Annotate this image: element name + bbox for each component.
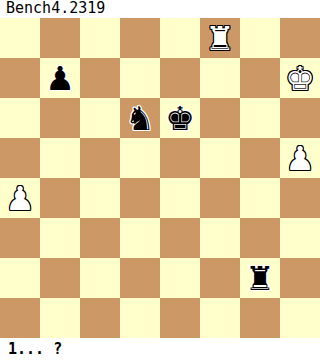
square-d4[interactable] (120, 178, 160, 218)
square-a8[interactable] (0, 18, 40, 58)
square-h3[interactable] (280, 218, 320, 258)
square-c3[interactable] (80, 218, 120, 258)
square-g5[interactable] (240, 138, 280, 178)
square-g7[interactable] (240, 58, 280, 98)
square-a2[interactable] (0, 258, 40, 298)
chess-board: ♜♟♚♞♚♟♟♜ (0, 18, 320, 338)
square-c4[interactable] (80, 178, 120, 218)
square-h5[interactable]: ♟ (280, 138, 320, 178)
square-c8[interactable] (80, 18, 120, 58)
square-a3[interactable] (0, 218, 40, 258)
square-b4[interactable] (40, 178, 80, 218)
square-c5[interactable] (80, 138, 120, 178)
square-f1[interactable] (200, 298, 240, 338)
square-a7[interactable] (0, 58, 40, 98)
square-f6[interactable] (200, 98, 240, 138)
square-g4[interactable] (240, 178, 280, 218)
piece-white-king[interactable]: ♚ (285, 62, 315, 95)
square-a5[interactable] (0, 138, 40, 178)
square-h8[interactable] (280, 18, 320, 58)
square-f2[interactable] (200, 258, 240, 298)
square-g8[interactable] (240, 18, 280, 58)
square-h2[interactable] (280, 258, 320, 298)
square-f5[interactable] (200, 138, 240, 178)
page-title: Bench4.2319 (0, 0, 320, 18)
square-e6[interactable]: ♚ (160, 98, 200, 138)
piece-black-rook[interactable]: ♜ (245, 262, 275, 295)
move-prompt: 1... ? (0, 338, 320, 360)
square-e7[interactable] (160, 58, 200, 98)
square-e5[interactable] (160, 138, 200, 178)
square-f7[interactable] (200, 58, 240, 98)
square-a4[interactable]: ♟ (0, 178, 40, 218)
square-e1[interactable] (160, 298, 200, 338)
square-c7[interactable] (80, 58, 120, 98)
square-g3[interactable] (240, 218, 280, 258)
square-d5[interactable] (120, 138, 160, 178)
piece-white-pawn[interactable]: ♟ (285, 142, 315, 175)
square-h7[interactable]: ♚ (280, 58, 320, 98)
square-b7[interactable]: ♟ (40, 58, 80, 98)
square-f4[interactable] (200, 178, 240, 218)
chess-diagram-window: Bench4.2319 ♜♟♚♞♚♟♟♜ 1... ? (0, 0, 320, 360)
square-b2[interactable] (40, 258, 80, 298)
piece-black-king[interactable]: ♚ (165, 102, 195, 135)
square-c2[interactable] (80, 258, 120, 298)
square-g2[interactable]: ♜ (240, 258, 280, 298)
square-b8[interactable] (40, 18, 80, 58)
square-a1[interactable] (0, 298, 40, 338)
square-b1[interactable] (40, 298, 80, 338)
square-h1[interactable] (280, 298, 320, 338)
square-d6[interactable]: ♞ (120, 98, 160, 138)
square-d3[interactable] (120, 218, 160, 258)
piece-white-rook[interactable]: ♜ (205, 22, 235, 55)
square-c1[interactable] (80, 298, 120, 338)
square-e2[interactable] (160, 258, 200, 298)
square-g1[interactable] (240, 298, 280, 338)
square-b5[interactable] (40, 138, 80, 178)
square-d7[interactable] (120, 58, 160, 98)
square-b6[interactable] (40, 98, 80, 138)
square-g6[interactable] (240, 98, 280, 138)
square-h4[interactable] (280, 178, 320, 218)
square-c6[interactable] (80, 98, 120, 138)
square-d2[interactable] (120, 258, 160, 298)
piece-white-pawn[interactable]: ♟ (5, 182, 35, 215)
square-f3[interactable] (200, 218, 240, 258)
square-b3[interactable] (40, 218, 80, 258)
square-f8[interactable]: ♜ (200, 18, 240, 58)
square-a6[interactable] (0, 98, 40, 138)
square-d8[interactable] (120, 18, 160, 58)
square-e4[interactable] (160, 178, 200, 218)
square-d1[interactable] (120, 298, 160, 338)
piece-black-pawn[interactable]: ♟ (45, 62, 75, 95)
square-e8[interactable] (160, 18, 200, 58)
square-h6[interactable] (280, 98, 320, 138)
piece-black-knight[interactable]: ♞ (125, 102, 155, 135)
square-e3[interactable] (160, 218, 200, 258)
